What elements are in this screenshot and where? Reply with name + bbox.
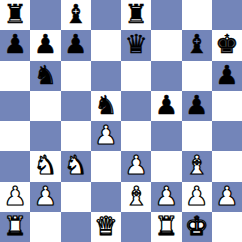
square-b4[interactable]	[30, 121, 60, 151]
square-f7[interactable]	[151, 30, 181, 60]
square-d7[interactable]	[91, 30, 121, 60]
white-pawn: ♟	[155, 183, 178, 209]
square-b1[interactable]	[30, 212, 60, 242]
square-h4[interactable]	[212, 121, 242, 151]
white-king: ♚	[185, 213, 208, 239]
square-e4[interactable]	[121, 121, 151, 151]
square-e8[interactable]: ♜	[121, 0, 151, 30]
square-d8[interactable]	[91, 0, 121, 30]
square-g8[interactable]	[182, 0, 212, 30]
square-d6[interactable]	[91, 61, 121, 91]
square-e6[interactable]	[121, 61, 151, 91]
square-b2[interactable]: ♟	[30, 182, 60, 212]
square-h8[interactable]	[212, 0, 242, 30]
square-f3[interactable]	[151, 151, 181, 181]
black-pawn: ♟	[34, 31, 57, 57]
square-h7[interactable]: ♚	[212, 30, 242, 60]
white-pawn: ♟	[3, 183, 26, 209]
chess-board: ♜♝♜♟♟♟♛♝♚♞♟♞♟♟♟♞♞♟♝♟♟♝♟♟♟♜♛♜♚	[0, 0, 242, 242]
square-b5[interactable]	[30, 91, 60, 121]
square-d5[interactable]: ♞	[91, 91, 121, 121]
square-g5[interactable]: ♟	[182, 91, 212, 121]
square-g7[interactable]: ♝	[182, 30, 212, 60]
square-h6[interactable]: ♟	[212, 61, 242, 91]
square-e2[interactable]: ♝	[121, 182, 151, 212]
square-c5[interactable]	[61, 91, 91, 121]
square-e7[interactable]: ♛	[121, 30, 151, 60]
white-pawn: ♟	[94, 122, 117, 148]
square-f5[interactable]: ♟	[151, 91, 181, 121]
square-f8[interactable]	[151, 0, 181, 30]
square-h5[interactable]	[212, 91, 242, 121]
black-knight: ♞	[34, 62, 57, 88]
white-knight: ♞	[34, 152, 57, 178]
square-c8[interactable]: ♝	[61, 0, 91, 30]
square-b7[interactable]: ♟	[30, 30, 60, 60]
square-d2[interactable]	[91, 182, 121, 212]
white-pawn: ♟	[215, 183, 238, 209]
square-f4[interactable]	[151, 121, 181, 151]
square-a3[interactable]	[0, 151, 30, 181]
black-pawn: ♟	[215, 62, 238, 88]
black-queen: ♛	[124, 31, 147, 57]
square-a1[interactable]: ♜	[0, 212, 30, 242]
black-pawn: ♟	[3, 31, 26, 57]
black-king: ♚	[215, 31, 238, 57]
square-a2[interactable]: ♟	[0, 182, 30, 212]
square-g4[interactable]	[182, 121, 212, 151]
square-b8[interactable]	[30, 0, 60, 30]
square-d4[interactable]: ♟	[91, 121, 121, 151]
white-pawn: ♟	[124, 152, 147, 178]
black-bishop: ♝	[64, 1, 87, 27]
square-b6[interactable]: ♞	[30, 61, 60, 91]
square-c6[interactable]	[61, 61, 91, 91]
square-d1[interactable]: ♛	[91, 212, 121, 242]
black-pawn: ♟	[155, 92, 178, 118]
black-bishop: ♝	[185, 31, 208, 57]
square-a5[interactable]	[0, 91, 30, 121]
square-g3[interactable]: ♝	[182, 151, 212, 181]
square-c3[interactable]: ♞	[61, 151, 91, 181]
square-h3[interactable]	[212, 151, 242, 181]
square-c4[interactable]	[61, 121, 91, 151]
black-rook: ♜	[124, 1, 147, 27]
black-pawn: ♟	[64, 31, 87, 57]
square-c7[interactable]: ♟	[61, 30, 91, 60]
square-c1[interactable]	[61, 212, 91, 242]
square-f2[interactable]: ♟	[151, 182, 181, 212]
white-pawn: ♟	[34, 183, 57, 209]
square-h2[interactable]: ♟	[212, 182, 242, 212]
square-b3[interactable]: ♞	[30, 151, 60, 181]
square-g6[interactable]	[182, 61, 212, 91]
square-e5[interactable]	[121, 91, 151, 121]
white-rook: ♜	[155, 213, 178, 239]
square-a4[interactable]	[0, 121, 30, 151]
square-a8[interactable]: ♜	[0, 0, 30, 30]
white-knight: ♞	[64, 152, 87, 178]
square-e3[interactable]: ♟	[121, 151, 151, 181]
black-knight: ♞	[94, 92, 117, 118]
white-bishop: ♝	[124, 183, 147, 209]
white-queen: ♛	[94, 213, 117, 239]
white-bishop: ♝	[185, 152, 208, 178]
square-f1[interactable]: ♜	[151, 212, 181, 242]
square-f6[interactable]	[151, 61, 181, 91]
square-e1[interactable]	[121, 212, 151, 242]
square-a6[interactable]	[0, 61, 30, 91]
black-rook: ♜	[3, 1, 26, 27]
square-g1[interactable]: ♚	[182, 212, 212, 242]
white-pawn: ♟	[185, 183, 208, 209]
square-c2[interactable]	[61, 182, 91, 212]
square-d3[interactable]	[91, 151, 121, 181]
square-g2[interactable]: ♟	[182, 182, 212, 212]
square-a7[interactable]: ♟	[0, 30, 30, 60]
black-pawn: ♟	[185, 92, 208, 118]
square-h1[interactable]	[212, 212, 242, 242]
white-rook: ♜	[3, 213, 26, 239]
